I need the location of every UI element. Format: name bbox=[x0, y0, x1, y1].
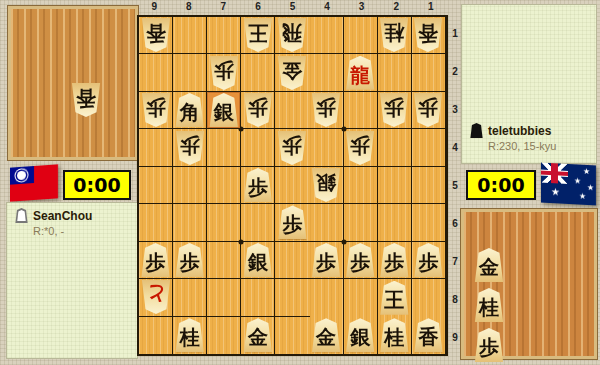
square-5i[interactable] bbox=[275, 317, 309, 354]
square-7h[interactable] bbox=[207, 279, 241, 316]
square-4f[interactable] bbox=[310, 204, 344, 241]
square-1f[interactable] bbox=[412, 204, 446, 241]
piece-glyph: 歩 bbox=[146, 252, 166, 272]
piece-glyph: 歩 bbox=[384, 98, 404, 118]
commonwealth-star-icon: ★ bbox=[551, 187, 560, 197]
piece-glyph: 歩 bbox=[418, 98, 438, 118]
piece-glyph: 王 bbox=[248, 23, 268, 43]
rank-label-5: 5 bbox=[449, 167, 461, 205]
white-piece-icon bbox=[15, 208, 28, 223]
square-8c[interactable]: 角 bbox=[173, 92, 207, 129]
piece-glyph: 歩 bbox=[316, 98, 336, 118]
file-label-3: 3 bbox=[344, 1, 379, 14]
square-1c[interactable]: 歩 bbox=[412, 92, 446, 129]
piece-桂-2i[interactable]: 桂 bbox=[379, 318, 409, 352]
file-label-8: 8 bbox=[172, 1, 207, 14]
piece-glyph: 香 bbox=[76, 88, 96, 108]
piece-glyph: 香 bbox=[418, 23, 438, 43]
square-5b[interactable]: 金 bbox=[275, 54, 309, 91]
square-9c[interactable]: 歩 bbox=[139, 92, 173, 129]
taiwan-flag-canton bbox=[10, 166, 34, 185]
square-2f[interactable] bbox=[378, 204, 412, 241]
square-2e[interactable] bbox=[378, 167, 412, 204]
piece-歩-9g[interactable]: 歩 bbox=[141, 243, 171, 277]
piece-glyph: 王 bbox=[384, 290, 404, 310]
piece-glyph: 銀 bbox=[316, 173, 336, 193]
piece-glyph: 香 bbox=[146, 23, 166, 43]
square-3i[interactable]: 銀 bbox=[344, 317, 378, 354]
square-9i[interactable] bbox=[139, 317, 173, 354]
australia-flag: ★ ★ ★ ★ ★ bbox=[541, 163, 596, 206]
piece-王-6a[interactable]: 王 bbox=[243, 18, 273, 52]
square-2c[interactable]: 歩 bbox=[378, 92, 412, 129]
file-label-4: 4 bbox=[310, 1, 345, 14]
piece-glyph: 龍 bbox=[350, 65, 370, 85]
piece-王-2h[interactable]: 王 bbox=[379, 281, 409, 315]
piece-glyph: 歩 bbox=[350, 136, 370, 156]
piece-glyph: 歩 bbox=[180, 252, 200, 272]
square-9d[interactable] bbox=[139, 129, 173, 166]
square-9e[interactable] bbox=[139, 167, 173, 204]
file-labels: 987654321 bbox=[137, 1, 448, 14]
square-5h[interactable] bbox=[275, 279, 309, 316]
rank-label-3: 3 bbox=[449, 91, 461, 129]
piece-歩-2g[interactable]: 歩 bbox=[379, 243, 409, 277]
piece-歩-8d[interactable]: 歩 bbox=[175, 131, 205, 165]
hand-piece-gote-香[interactable]: 香 bbox=[71, 83, 101, 117]
piece-香-1i[interactable]: 香 bbox=[413, 318, 443, 352]
piece-歩-1g[interactable]: 歩 bbox=[413, 243, 443, 277]
piece-glyph: 歩 bbox=[146, 98, 166, 118]
sente-hand-pieces: 金桂歩 bbox=[464, 212, 594, 362]
square-8h[interactable] bbox=[173, 279, 207, 316]
square-7c[interactable]: 銀 bbox=[207, 92, 241, 129]
gote-captured-tray: 香 bbox=[8, 6, 138, 160]
square-5d[interactable]: 歩 bbox=[275, 129, 309, 166]
square-7e[interactable] bbox=[207, 167, 241, 204]
file-label-6: 6 bbox=[241, 1, 276, 14]
piece-香-1a[interactable]: 香 bbox=[413, 18, 443, 52]
piece-glyph: 金 bbox=[282, 61, 302, 81]
piece-glyph: 金 bbox=[316, 327, 336, 347]
piece-歩-6c[interactable]: 歩 bbox=[243, 93, 273, 127]
square-6c[interactable]: 歩 bbox=[241, 92, 275, 129]
square-1a[interactable]: 香 bbox=[412, 17, 446, 54]
square-7i[interactable] bbox=[207, 317, 241, 354]
left-player-name: SeanChou bbox=[33, 209, 92, 223]
square-2g[interactable]: 歩 bbox=[378, 242, 412, 279]
file-label-2: 2 bbox=[379, 1, 414, 14]
square-8d[interactable]: 歩 bbox=[173, 129, 207, 166]
square-2a[interactable]: 桂 bbox=[378, 17, 412, 54]
square-2h[interactable]: 王 bbox=[378, 279, 412, 316]
piece-glyph: 銀 bbox=[214, 102, 234, 122]
piece-glyph: 歩 bbox=[248, 98, 268, 118]
square-7a[interactable] bbox=[207, 17, 241, 54]
right-player-name: teletubbies bbox=[488, 124, 551, 138]
square-4i[interactable]: 金 bbox=[310, 317, 344, 354]
file-label-1: 1 bbox=[413, 1, 448, 14]
file-label-7: 7 bbox=[206, 1, 241, 14]
square-1d[interactable] bbox=[412, 129, 446, 166]
piece-銀-6g[interactable]: 銀 bbox=[243, 243, 273, 277]
square-8i[interactable]: 桂 bbox=[173, 317, 207, 354]
square-2d[interactable] bbox=[378, 129, 412, 166]
piece-歩-5d[interactable]: 歩 bbox=[277, 131, 307, 165]
hand-piece-sente-金[interactable]: 金 bbox=[474, 248, 504, 282]
piece-glyph: 歩 bbox=[282, 214, 302, 234]
square-9a[interactable]: 香 bbox=[139, 17, 173, 54]
square-3h[interactable] bbox=[344, 279, 378, 316]
rank-label-8: 8 bbox=[449, 280, 461, 318]
piece-glyph: 歩 bbox=[180, 136, 200, 156]
square-5f[interactable]: 歩 bbox=[275, 204, 309, 241]
sente-captured-tray: 金桂歩 bbox=[461, 209, 597, 359]
square-6h[interactable] bbox=[241, 279, 275, 316]
hand-piece-sente-桂[interactable]: 桂 bbox=[474, 288, 504, 322]
square-8f[interactable] bbox=[173, 204, 207, 241]
square-3g[interactable]: 歩 bbox=[344, 242, 378, 279]
piece-glyph: 歩 bbox=[350, 252, 370, 272]
square-7d[interactable] bbox=[207, 129, 241, 166]
square-3f[interactable] bbox=[344, 204, 378, 241]
union-jack-canton bbox=[541, 163, 568, 184]
piece-と-9h[interactable]: と bbox=[141, 280, 171, 314]
left-player-rating: R:*0, - bbox=[7, 223, 137, 237]
square-9b[interactable] bbox=[139, 54, 173, 91]
star-icon: ★ bbox=[583, 168, 590, 176]
square-9h[interactable]: と bbox=[139, 279, 173, 316]
piece-glyph: 飛 bbox=[282, 23, 302, 43]
piece-glyph: 桂 bbox=[384, 327, 404, 347]
rank-label-1: 1 bbox=[449, 15, 461, 53]
square-6a[interactable]: 王 bbox=[241, 17, 275, 54]
piece-龍-3b[interactable]: 龍 bbox=[345, 56, 375, 90]
piece-銀-4e[interactable]: 銀 bbox=[311, 168, 341, 202]
square-4b[interactable] bbox=[310, 54, 344, 91]
square-9g[interactable]: 歩 bbox=[139, 242, 173, 279]
square-2i[interactable]: 桂 bbox=[378, 317, 412, 354]
square-4e[interactable]: 銀 bbox=[310, 167, 344, 204]
square-5a[interactable]: 飛 bbox=[275, 17, 309, 54]
rank-labels: 123456789 bbox=[449, 15, 461, 356]
piece-glyph: 桂 bbox=[384, 23, 404, 43]
square-4h[interactable] bbox=[310, 279, 344, 316]
piece-歩-3d[interactable]: 歩 bbox=[345, 131, 375, 165]
shogi-board: 香王飛桂香歩金龍歩角銀歩歩歩歩歩歩歩歩銀歩歩歩銀歩歩歩歩と王桂金金銀桂香 bbox=[137, 15, 448, 356]
square-7b[interactable]: 歩 bbox=[207, 54, 241, 91]
star-icon: ★ bbox=[579, 193, 586, 201]
right-player-clock: 0:00 bbox=[466, 170, 536, 200]
piece-歩-8g[interactable]: 歩 bbox=[175, 243, 205, 277]
square-6i[interactable]: 金 bbox=[241, 317, 275, 354]
piece-飛-5a[interactable]: 飛 bbox=[277, 18, 307, 52]
square-1g[interactable]: 歩 bbox=[412, 242, 446, 279]
piece-歩-7b[interactable]: 歩 bbox=[209, 56, 239, 90]
square-4c[interactable]: 歩 bbox=[310, 92, 344, 129]
piece-glyph: 歩 bbox=[214, 61, 234, 81]
piece-glyph: 歩 bbox=[316, 252, 336, 272]
piece-歩-9c[interactable]: 歩 bbox=[141, 93, 171, 127]
piece-銀-7c[interactable]: 銀 bbox=[209, 93, 239, 127]
piece-銀-3i[interactable]: 銀 bbox=[345, 318, 375, 352]
piece-歩-1c[interactable]: 歩 bbox=[413, 93, 443, 127]
black-piece-icon bbox=[470, 123, 483, 138]
square-8g[interactable]: 歩 bbox=[173, 242, 207, 279]
square-5e[interactable] bbox=[275, 167, 309, 204]
square-1b[interactable] bbox=[412, 54, 446, 91]
rank-label-4: 4 bbox=[449, 129, 461, 167]
square-6d[interactable] bbox=[241, 129, 275, 166]
right-player-panel: 15 級 teletubbies R:230, 15-kyu bbox=[461, 4, 597, 164]
taiwan-flag bbox=[10, 164, 58, 201]
square-3e[interactable] bbox=[344, 167, 378, 204]
square-4d[interactable] bbox=[310, 129, 344, 166]
rank-label-9: 9 bbox=[449, 318, 461, 356]
square-7f[interactable] bbox=[207, 204, 241, 241]
left-player-panel: SeanChou R:*0, - 新 鋭 棋 士 bbox=[6, 202, 138, 359]
square-5c[interactable] bbox=[275, 92, 309, 129]
piece-glyph: 歩 bbox=[248, 177, 268, 197]
shogi-game-window: 香 0:00 SeanChou R:*0, - 新 鋭 棋 士 98765432… bbox=[0, 0, 600, 365]
square-3a[interactable] bbox=[344, 17, 378, 54]
piece-桂-2a[interactable]: 桂 bbox=[379, 18, 409, 52]
right-player-rating: R:230, 15-kyu bbox=[462, 138, 596, 152]
piece-金-4i[interactable]: 金 bbox=[311, 318, 341, 352]
piece-香-9a[interactable]: 香 bbox=[141, 18, 171, 52]
square-8e[interactable] bbox=[173, 167, 207, 204]
piece-glyph: 銀 bbox=[248, 252, 268, 272]
star-icon: ★ bbox=[587, 184, 594, 192]
file-label-5: 5 bbox=[275, 1, 310, 14]
piece-金-5b[interactable]: 金 bbox=[277, 56, 307, 90]
piece-歩-2c[interactable]: 歩 bbox=[379, 93, 409, 127]
square-8b[interactable] bbox=[173, 54, 207, 91]
square-1i[interactable]: 香 bbox=[412, 317, 446, 354]
square-5g[interactable] bbox=[275, 242, 309, 279]
square-4g[interactable]: 歩 bbox=[310, 242, 344, 279]
square-6g[interactable]: 銀 bbox=[241, 242, 275, 279]
piece-歩-3g[interactable]: 歩 bbox=[345, 243, 375, 277]
piece-glyph: 角 bbox=[180, 102, 200, 122]
piece-glyph: 香 bbox=[418, 327, 438, 347]
taiwan-flag-sun-icon bbox=[17, 171, 26, 181]
hand-piece-sente-歩[interactable]: 歩 bbox=[474, 328, 504, 362]
piece-glyph: 銀 bbox=[350, 327, 370, 347]
piece-glyph: 金 bbox=[248, 327, 268, 347]
square-9f[interactable] bbox=[139, 204, 173, 241]
piece-glyph: 歩 bbox=[418, 252, 438, 272]
piece-歩-5f[interactable]: 歩 bbox=[277, 205, 307, 239]
piece-歩-4g[interactable]: 歩 bbox=[311, 243, 341, 277]
rank-label-7: 7 bbox=[449, 242, 461, 280]
star-icon: ★ bbox=[574, 177, 581, 185]
square-6e[interactable]: 歩 bbox=[241, 167, 275, 204]
square-3c[interactable] bbox=[344, 92, 378, 129]
piece-glyph: 歩 bbox=[479, 337, 499, 357]
square-2b[interactable] bbox=[378, 54, 412, 91]
piece-glyph: 歩 bbox=[282, 136, 302, 156]
piece-glyph: 歩 bbox=[384, 252, 404, 272]
piece-歩-4c[interactable]: 歩 bbox=[311, 93, 341, 127]
piece-glyph: と bbox=[145, 285, 165, 305]
square-8a[interactable] bbox=[173, 17, 207, 54]
rank-label-2: 2 bbox=[449, 53, 461, 91]
rank-label-6: 6 bbox=[449, 204, 461, 242]
square-3b[interactable]: 龍 bbox=[344, 54, 378, 91]
square-1h[interactable] bbox=[412, 279, 446, 316]
piece-glyph: 金 bbox=[479, 257, 499, 277]
piece-角-8c[interactable]: 角 bbox=[175, 93, 205, 127]
piece-glyph: 桂 bbox=[180, 327, 200, 347]
piece-金-6i[interactable]: 金 bbox=[243, 318, 273, 352]
square-4a[interactable] bbox=[310, 17, 344, 54]
file-label-9: 9 bbox=[137, 1, 172, 14]
square-6f[interactable] bbox=[241, 204, 275, 241]
square-7g[interactable] bbox=[207, 242, 241, 279]
square-3d[interactable]: 歩 bbox=[344, 129, 378, 166]
square-1e[interactable] bbox=[412, 167, 446, 204]
piece-歩-6e[interactable]: 歩 bbox=[243, 168, 273, 202]
piece-桂-8i[interactable]: 桂 bbox=[175, 318, 205, 352]
gote-hand-pieces: 香 bbox=[11, 9, 135, 117]
piece-glyph: 桂 bbox=[479, 297, 499, 317]
square-6b[interactable] bbox=[241, 54, 275, 91]
left-player-clock: 0:00 bbox=[63, 170, 131, 200]
